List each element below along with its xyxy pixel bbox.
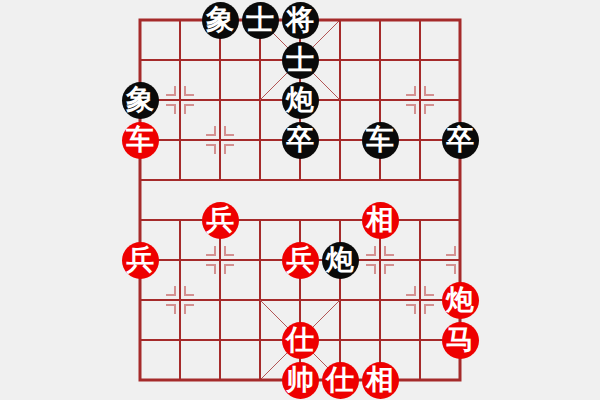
piece-black-chariot[interactable]: 车 — [362, 122, 399, 159]
piece-black-soldier[interactable]: 卒 — [282, 122, 319, 159]
piece-black-advisor[interactable]: 士 — [242, 2, 279, 39]
piece-red-soldier[interactable]: 兵 — [122, 242, 159, 279]
piece-red-soldier[interactable]: 兵 — [282, 242, 319, 279]
piece-black-cannon[interactable]: 炮 — [322, 242, 359, 279]
piece-black-elephant[interactable]: 象 — [122, 82, 159, 119]
piece-red-advisor[interactable]: 仕 — [282, 322, 319, 359]
xiangqi-board[interactable]: 象士将士象炮车卒车卒兵相兵兵炮炮仕马帅仕相 — [0, 0, 600, 400]
piece-black-cannon[interactable]: 炮 — [282, 82, 319, 119]
piece-red-general[interactable]: 帅 — [282, 362, 319, 399]
piece-black-advisor[interactable]: 士 — [282, 42, 319, 79]
piece-black-soldier[interactable]: 卒 — [442, 122, 479, 159]
piece-red-horse[interactable]: 马 — [442, 322, 479, 359]
piece-red-elephant[interactable]: 相 — [362, 202, 399, 239]
piece-red-cannon[interactable]: 炮 — [442, 282, 479, 319]
piece-black-elephant[interactable]: 象 — [202, 2, 239, 39]
piece-red-chariot[interactable]: 车 — [122, 122, 159, 159]
piece-black-general[interactable]: 将 — [282, 2, 319, 39]
pieces-layer: 象士将士象炮车卒车卒兵相兵兵炮炮仕马帅仕相 — [0, 0, 600, 400]
piece-red-soldier[interactable]: 兵 — [202, 202, 239, 239]
piece-red-elephant[interactable]: 相 — [362, 362, 399, 399]
piece-red-advisor[interactable]: 仕 — [322, 362, 359, 399]
